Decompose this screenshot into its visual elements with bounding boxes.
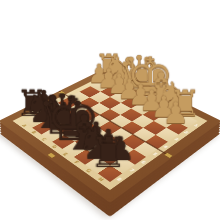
walnut-frame: ABCDEFGH 12345678 ♜♞♝♛♚♝♞♜♟♟♟♟♟♟♟♟♟♟♟♟♟♟… bbox=[0, 66, 220, 203]
scene: ABCDEFGH 12345678 ♜♞♝♛♚♝♞♜♟♟♟♟♟♟♟♟♟♟♟♟♟♟… bbox=[0, 0, 220, 220]
brass-hinge-icon bbox=[164, 153, 172, 158]
chess-set-photo: ABCDEFGH 12345678 ♜♞♝♛♚♝♞♜♟♟♟♟♟♟♟♟♟♟♟♟♟♟… bbox=[0, 0, 220, 220]
black-rook: ♜ bbox=[74, 132, 144, 174]
folding-chess-board: ABCDEFGH 12345678 ♜♞♝♛♚♝♞♜♟♟♟♟♟♟♟♟♟♟♟♟♟♟… bbox=[0, 66, 220, 203]
white-pawn: ♟ bbox=[145, 99, 206, 129]
